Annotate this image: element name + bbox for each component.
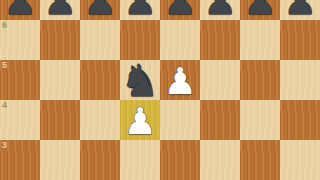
- black-pawn-f7: ♟: [203, 0, 236, 20]
- square-f7[interactable]: ♟: [200, 0, 240, 20]
- square-b5[interactable]: [40, 60, 80, 100]
- rank-label-4: 4: [2, 101, 7, 110]
- rank-label-3: 3: [2, 141, 7, 150]
- square-a7[interactable]: ♟: [0, 0, 40, 20]
- square-c4[interactable]: [80, 100, 120, 140]
- square-g4[interactable]: [240, 100, 280, 140]
- black-pawn-g7: ♟: [243, 0, 276, 20]
- square-b6[interactable]: [40, 20, 80, 60]
- square-f3[interactable]: [200, 140, 240, 180]
- square-g6[interactable]: [240, 20, 280, 60]
- black-pawn-e7: ♟: [163, 0, 196, 20]
- rank-label-6: 6: [2, 21, 7, 30]
- square-h4[interactable]: [280, 100, 320, 140]
- square-b7[interactable]: ♟: [40, 0, 80, 20]
- square-c5[interactable]: [80, 60, 120, 100]
- square-f6[interactable]: [200, 20, 240, 60]
- square-f5[interactable]: [200, 60, 240, 100]
- square-c7[interactable]: ♟: [80, 0, 120, 20]
- square-e4[interactable]: [160, 100, 200, 140]
- square-c3[interactable]: [80, 140, 120, 180]
- square-h3[interactable]: [280, 140, 320, 180]
- square-a3[interactable]: 3: [0, 140, 40, 180]
- black-pawn-h7: ♟: [283, 0, 316, 20]
- square-e6[interactable]: [160, 20, 200, 60]
- black-pawn-b7: ♟: [43, 0, 76, 20]
- black-pawn-c7: ♟: [83, 0, 116, 20]
- square-f4[interactable]: [200, 100, 240, 140]
- square-h7[interactable]: ♟: [280, 0, 320, 20]
- square-h6[interactable]: [280, 20, 320, 60]
- chessboard-viewport: ♟♟♟♟♟♟♟♟65♞♟4♟3: [0, 0, 320, 180]
- square-a6[interactable]: 6: [0, 20, 40, 60]
- square-d4[interactable]: ♟: [120, 100, 160, 140]
- square-e3[interactable]: [160, 140, 200, 180]
- square-d3[interactable]: [120, 140, 160, 180]
- square-g5[interactable]: [240, 60, 280, 100]
- black-knight-d5: ♞: [120, 59, 159, 103]
- black-pawn-a7: ♟: [3, 0, 36, 20]
- square-d7[interactable]: ♟: [120, 0, 160, 20]
- white-pawn-e5: ♟: [163, 63, 196, 100]
- chessboard[interactable]: ♟♟♟♟♟♟♟♟65♞♟4♟3: [0, 0, 320, 180]
- square-d6[interactable]: [120, 20, 160, 60]
- square-e5[interactable]: ♟: [160, 60, 200, 100]
- rank-label-5: 5: [2, 61, 7, 70]
- square-a5[interactable]: 5: [0, 60, 40, 100]
- square-g3[interactable]: [240, 140, 280, 180]
- square-h5[interactable]: [280, 60, 320, 100]
- square-d5[interactable]: ♞: [120, 60, 160, 100]
- square-b3[interactable]: [40, 140, 80, 180]
- square-a4[interactable]: 4: [0, 100, 40, 140]
- square-b4[interactable]: [40, 100, 80, 140]
- white-pawn-d4: ♟: [123, 103, 156, 140]
- square-c6[interactable]: [80, 20, 120, 60]
- black-pawn-d7: ♟: [123, 0, 156, 20]
- square-g7[interactable]: ♟: [240, 0, 280, 20]
- square-e7[interactable]: ♟: [160, 0, 200, 20]
